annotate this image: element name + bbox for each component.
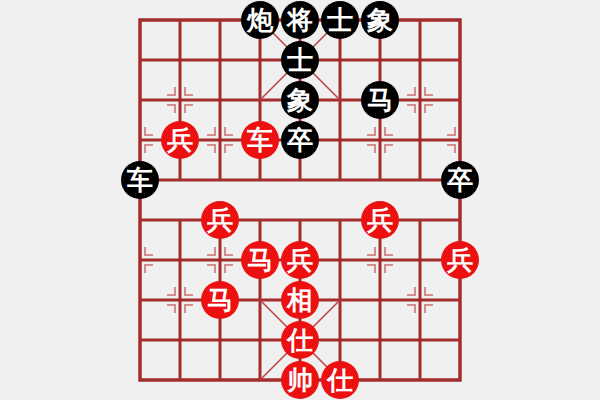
piece-black-cannon[interactable]: 炮	[241, 1, 279, 39]
piece-black-elephant[interactable]: 象	[281, 81, 319, 119]
piece-red-horse[interactable]: 马	[241, 241, 279, 279]
piece-black-advisor[interactable]: 士	[281, 41, 319, 79]
piece-black-general[interactable]: 将	[281, 1, 319, 39]
piece-red-elephant[interactable]: 相	[281, 281, 319, 319]
piece-red-soldier[interactable]: 兵	[281, 241, 319, 279]
piece-black-chariot[interactable]: 车	[121, 161, 159, 199]
piece-red-general[interactable]: 帅	[281, 361, 319, 399]
xiangqi-board: 炮将士象士象马兵车卒车卒兵兵马兵兵马相仕帅仕	[0, 0, 600, 400]
piece-red-soldier[interactable]: 兵	[361, 201, 399, 239]
piece-red-advisor[interactable]: 仕	[281, 321, 319, 359]
piece-red-advisor[interactable]: 仕	[321, 361, 359, 399]
piece-red-soldier[interactable]: 兵	[441, 241, 479, 279]
piece-red-soldier[interactable]: 兵	[161, 121, 199, 159]
piece-black-advisor[interactable]: 士	[321, 1, 359, 39]
piece-black-elephant[interactable]: 象	[361, 1, 399, 39]
piece-red-soldier[interactable]: 兵	[201, 201, 239, 239]
piece-black-soldier[interactable]: 卒	[281, 121, 319, 159]
pieces-grid: 炮将士象士象马兵车卒车卒兵兵马兵兵马相仕帅仕	[120, 0, 480, 400]
piece-black-soldier[interactable]: 卒	[441, 161, 479, 199]
piece-black-horse[interactable]: 马	[361, 81, 399, 119]
piece-red-horse[interactable]: 马	[201, 281, 239, 319]
piece-red-chariot[interactable]: 车	[241, 121, 279, 159]
